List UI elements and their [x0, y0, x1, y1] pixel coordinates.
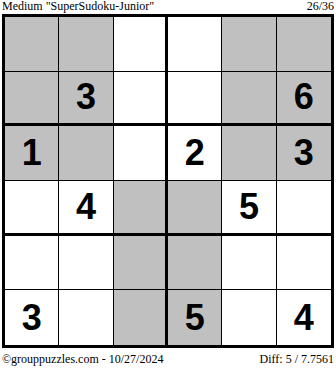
- cell-r4c4[interactable]: [168, 181, 222, 236]
- cell-r4c6[interactable]: [277, 181, 331, 236]
- cell-r5c6[interactable]: [277, 236, 331, 291]
- board: 3612345354: [2, 14, 334, 348]
- cell-r5c3[interactable]: [114, 236, 168, 291]
- cell-r6c6[interactable]: 4: [277, 290, 331, 345]
- cell-r6c5[interactable]: [222, 290, 276, 345]
- cell-r3c5[interactable]: [222, 126, 276, 181]
- cell-r3c4[interactable]: 2: [168, 126, 222, 181]
- copyright-text: ©grouppuzzles.com - 10/27/2024: [2, 352, 163, 367]
- cell-r2c5[interactable]: [222, 72, 276, 127]
- puzzle-title: Medium "SuperSudoku-Junior": [2, 0, 154, 13]
- cell-r5c2[interactable]: [59, 236, 113, 291]
- difficulty-text: Diff: 5 / 7.7561: [260, 352, 334, 367]
- cell-r6c1[interactable]: 3: [5, 290, 59, 345]
- cell-r2c1[interactable]: [5, 72, 59, 127]
- cell-r4c2[interactable]: 4: [59, 181, 113, 236]
- puzzle-counter: 26/36: [307, 0, 334, 13]
- cell-r5c4[interactable]: [168, 236, 222, 291]
- cell-r3c3[interactable]: [114, 126, 168, 181]
- cell-r6c4[interactable]: 5: [168, 290, 222, 345]
- page-header: Medium "SuperSudoku-Junior" 26/36: [2, 0, 334, 13]
- cell-r2c3[interactable]: [114, 72, 168, 127]
- page-footer: ©grouppuzzles.com - 10/27/2024 Diff: 5 /…: [2, 351, 334, 368]
- cell-r2c6[interactable]: 6: [277, 72, 331, 127]
- cell-r5c1[interactable]: [5, 236, 59, 291]
- cell-r1c5[interactable]: [222, 17, 276, 72]
- cell-r3c2[interactable]: [59, 126, 113, 181]
- cell-r1c4[interactable]: [168, 17, 222, 72]
- cell-r6c2[interactable]: [59, 290, 113, 345]
- cell-r1c1[interactable]: [5, 17, 59, 72]
- cell-r5c5[interactable]: [222, 236, 276, 291]
- cell-r2c4[interactable]: [168, 72, 222, 127]
- cell-r3c6[interactable]: 3: [277, 126, 331, 181]
- cell-r6c3[interactable]: [114, 290, 168, 345]
- cell-r1c3[interactable]: [114, 17, 168, 72]
- cell-r4c5[interactable]: 5: [222, 181, 276, 236]
- cell-r4c1[interactable]: [5, 181, 59, 236]
- cell-r4c3[interactable]: [114, 181, 168, 236]
- cell-r2c2[interactable]: 3: [59, 72, 113, 127]
- cell-r1c2[interactable]: [59, 17, 113, 72]
- cell-r1c6[interactable]: [277, 17, 331, 72]
- cell-r3c1[interactable]: 1: [5, 126, 59, 181]
